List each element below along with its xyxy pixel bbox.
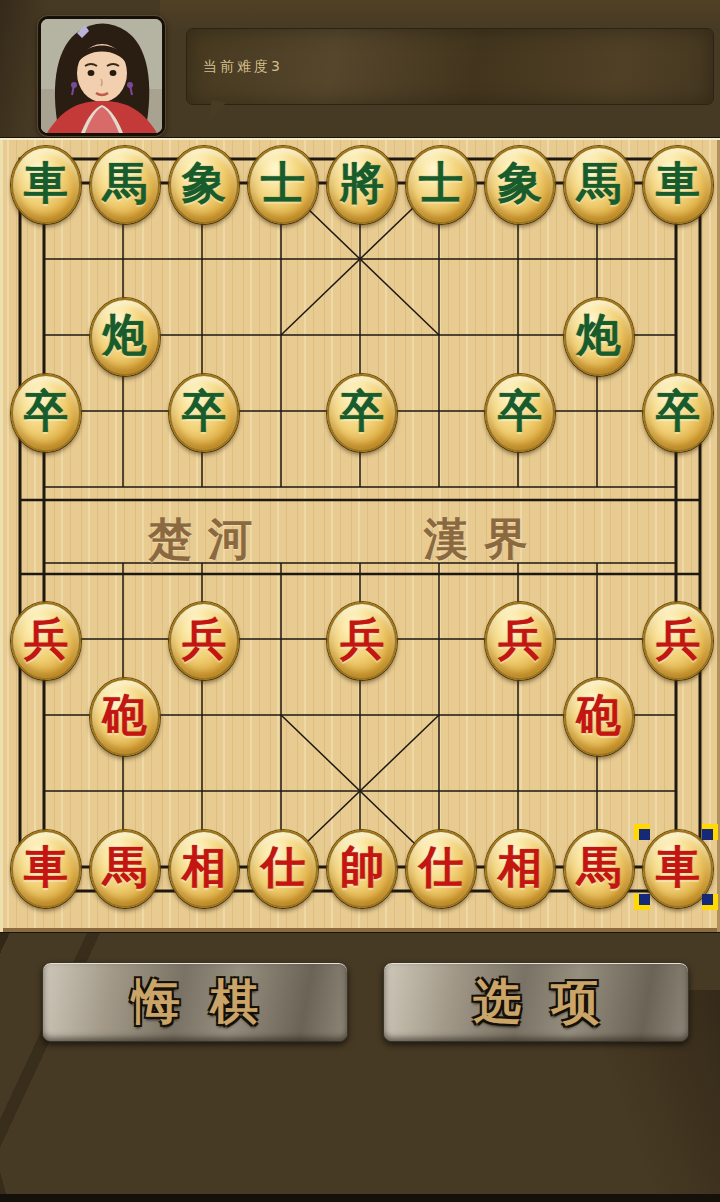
piece-character: 將 bbox=[340, 162, 384, 206]
piece-black-soldier[interactable]: 卒 bbox=[11, 374, 81, 452]
speech-bubble-tail bbox=[209, 100, 227, 124]
board-grid-lines bbox=[0, 138, 720, 932]
piece-character: 砲 bbox=[577, 694, 621, 738]
river-label-han-jie: 漢界 bbox=[424, 510, 544, 569]
piece-character: 卒 bbox=[498, 390, 542, 434]
piece-character: 兵 bbox=[340, 618, 384, 662]
xiangqi-game-screen: 当前难度3 楚河 漢界 車馬象士將士象馬車炮炮卒卒卒卒卒兵兵兵兵兵砲砲車馬相仕帥… bbox=[0, 0, 720, 1202]
piece-black-general[interactable]: 將 bbox=[327, 146, 397, 224]
piece-character: 象 bbox=[498, 162, 542, 206]
options-button-label: 选项 bbox=[443, 970, 629, 1034]
piece-character: 炮 bbox=[577, 314, 621, 358]
speech-bubble: 当前难度3 bbox=[186, 28, 714, 105]
piece-character: 卒 bbox=[24, 390, 68, 434]
piece-black-horse[interactable]: 馬 bbox=[90, 146, 160, 224]
piece-black-chariot[interactable]: 車 bbox=[643, 146, 713, 224]
piece-red-horse[interactable]: 馬 bbox=[90, 830, 160, 908]
piece-red-soldier[interactable]: 兵 bbox=[169, 602, 239, 680]
piece-character: 車 bbox=[656, 162, 700, 206]
piece-red-chariot[interactable]: 車 bbox=[643, 830, 713, 908]
piece-red-soldier[interactable]: 兵 bbox=[327, 602, 397, 680]
piece-black-elephant[interactable]: 象 bbox=[485, 146, 555, 224]
piece-character: 帥 bbox=[340, 846, 384, 890]
piece-black-cannon[interactable]: 炮 bbox=[564, 298, 634, 376]
piece-black-cannon[interactable]: 炮 bbox=[90, 298, 160, 376]
piece-black-soldier[interactable]: 卒 bbox=[485, 374, 555, 452]
piece-black-horse[interactable]: 馬 bbox=[564, 146, 634, 224]
piece-character: 兵 bbox=[182, 618, 226, 662]
bottom-edge-band bbox=[0, 1194, 720, 1202]
piece-character: 車 bbox=[24, 162, 68, 206]
undo-move-button[interactable]: 悔棋 bbox=[42, 962, 348, 1042]
piece-black-soldier[interactable]: 卒 bbox=[169, 374, 239, 452]
piece-character: 砲 bbox=[103, 694, 147, 738]
opponent-portrait-image bbox=[41, 19, 162, 133]
piece-black-soldier[interactable]: 卒 bbox=[643, 374, 713, 452]
piece-red-general[interactable]: 帥 bbox=[327, 830, 397, 908]
piece-character: 仕 bbox=[419, 846, 463, 890]
piece-red-soldier[interactable]: 兵 bbox=[485, 602, 555, 680]
piece-black-advisor[interactable]: 士 bbox=[248, 146, 318, 224]
xiangqi-board[interactable]: 楚河 漢界 車馬象士將士象馬車炮炮卒卒卒卒卒兵兵兵兵兵砲砲車馬相仕帥仕相馬車 bbox=[0, 138, 720, 932]
piece-character: 士 bbox=[419, 162, 463, 206]
undo-move-button-label: 悔棋 bbox=[102, 970, 288, 1034]
piece-character: 馬 bbox=[577, 162, 621, 206]
piece-character: 馬 bbox=[577, 846, 621, 890]
piece-character: 仕 bbox=[261, 846, 305, 890]
piece-red-cannon[interactable]: 砲 bbox=[564, 678, 634, 756]
piece-black-soldier[interactable]: 卒 bbox=[327, 374, 397, 452]
difficulty-status-text: 当前难度3 bbox=[203, 58, 283, 76]
piece-character: 車 bbox=[24, 846, 68, 890]
piece-red-elephant[interactable]: 相 bbox=[169, 830, 239, 908]
piece-character: 卒 bbox=[182, 390, 226, 434]
piece-red-advisor[interactable]: 仕 bbox=[406, 830, 476, 908]
piece-red-horse[interactable]: 馬 bbox=[564, 830, 634, 908]
piece-red-cannon[interactable]: 砲 bbox=[90, 678, 160, 756]
piece-red-advisor[interactable]: 仕 bbox=[248, 830, 318, 908]
piece-red-chariot[interactable]: 車 bbox=[11, 830, 81, 908]
top-bar: 当前难度3 bbox=[0, 0, 720, 138]
piece-character: 卒 bbox=[656, 390, 700, 434]
piece-character: 相 bbox=[182, 846, 226, 890]
piece-character: 兵 bbox=[498, 618, 542, 662]
options-button[interactable]: 选项 bbox=[383, 962, 689, 1042]
piece-black-chariot[interactable]: 車 bbox=[11, 146, 81, 224]
piece-black-advisor[interactable]: 士 bbox=[406, 146, 476, 224]
piece-character: 炮 bbox=[103, 314, 147, 358]
piece-character: 馬 bbox=[103, 846, 147, 890]
piece-character: 馬 bbox=[103, 162, 147, 206]
piece-character: 士 bbox=[261, 162, 305, 206]
opponent-avatar bbox=[38, 16, 165, 136]
piece-black-elephant[interactable]: 象 bbox=[169, 146, 239, 224]
piece-character: 兵 bbox=[656, 618, 700, 662]
piece-character: 象 bbox=[182, 162, 226, 206]
piece-red-soldier[interactable]: 兵 bbox=[643, 602, 713, 680]
piece-character: 兵 bbox=[24, 618, 68, 662]
piece-red-soldier[interactable]: 兵 bbox=[11, 602, 81, 680]
piece-character: 車 bbox=[656, 846, 700, 890]
piece-character: 相 bbox=[498, 846, 542, 890]
piece-red-elephant[interactable]: 相 bbox=[485, 830, 555, 908]
piece-character: 卒 bbox=[340, 390, 384, 434]
river-label-chu-he: 楚河 bbox=[148, 510, 268, 569]
